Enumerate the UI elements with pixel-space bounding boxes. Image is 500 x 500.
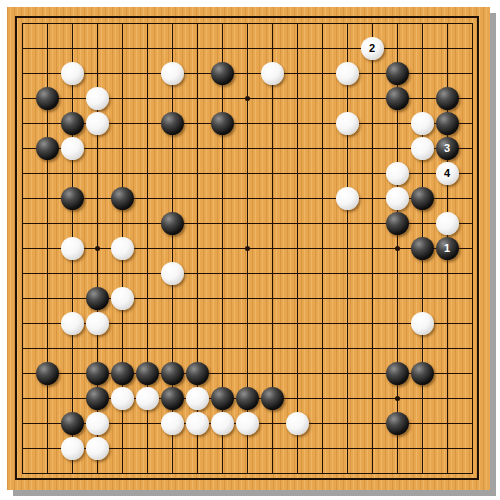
black-stone [411, 362, 434, 385]
white-stone [136, 387, 159, 410]
black-stone [211, 112, 234, 135]
white-stone [211, 412, 234, 435]
white-stone [411, 137, 434, 160]
white-stone [61, 437, 84, 460]
move-number: 4 [444, 168, 450, 179]
white-stone [161, 262, 184, 285]
black-stone [386, 212, 409, 235]
black-stone [261, 387, 284, 410]
white-stone [61, 312, 84, 335]
white-stone [436, 212, 459, 235]
star-point [95, 246, 100, 251]
white-stone [411, 312, 434, 335]
black-stone [86, 287, 109, 310]
black-stone [161, 112, 184, 135]
black-stone [136, 362, 159, 385]
page: { "game": "go", "board_size": 19, "posit… [0, 0, 500, 500]
white-stone [86, 312, 109, 335]
white-stone [261, 62, 284, 85]
white-stone [186, 387, 209, 410]
black-stone [211, 62, 234, 85]
black-stone [111, 187, 134, 210]
black-stone [386, 62, 409, 85]
white-stone [236, 412, 259, 435]
black-stone [386, 362, 409, 385]
black-stone [36, 137, 59, 160]
star-point [245, 246, 250, 251]
black-stone [161, 362, 184, 385]
white-stone [336, 62, 359, 85]
black-stone [211, 387, 234, 410]
white-stone [86, 112, 109, 135]
star-point [245, 96, 250, 101]
star-point [395, 396, 400, 401]
white-stone [286, 412, 309, 435]
white-stone [61, 137, 84, 160]
white-stone [186, 412, 209, 435]
black-stone [86, 387, 109, 410]
white-stone [111, 237, 134, 260]
white-stone [386, 162, 409, 185]
black-stone [411, 237, 434, 260]
black-stone [86, 362, 109, 385]
black-stone [61, 412, 84, 435]
white-stone [86, 87, 109, 110]
white-stone [161, 62, 184, 85]
black-stone [161, 387, 184, 410]
black-stone: 3 [436, 137, 459, 160]
white-stone [336, 112, 359, 135]
black-stone [36, 362, 59, 385]
black-stone [386, 87, 409, 110]
board-grid[interactable]: 2341 [22, 23, 473, 474]
white-stone [161, 412, 184, 435]
black-stone [161, 212, 184, 235]
black-stone [111, 362, 134, 385]
black-stone [386, 412, 409, 435]
black-stone [186, 362, 209, 385]
black-stone [236, 387, 259, 410]
white-stone: 2 [361, 37, 384, 60]
white-stone [386, 187, 409, 210]
black-stone [436, 112, 459, 135]
black-stone [436, 87, 459, 110]
white-stone [336, 187, 359, 210]
black-stone [36, 87, 59, 110]
move-number: 2 [369, 43, 375, 54]
move-number: 3 [444, 143, 450, 154]
go-board[interactable]: 2341 [7, 7, 490, 490]
white-stone [111, 287, 134, 310]
white-stone [61, 62, 84, 85]
star-point [395, 246, 400, 251]
black-stone [411, 187, 434, 210]
move-number: 1 [444, 243, 450, 254]
white-stone [61, 237, 84, 260]
white-stone [86, 437, 109, 460]
black-stone [61, 112, 84, 135]
black-stone [61, 187, 84, 210]
white-stone [86, 412, 109, 435]
white-stone: 4 [436, 162, 459, 185]
white-stone [411, 112, 434, 135]
black-stone: 1 [436, 237, 459, 260]
white-stone [111, 387, 134, 410]
